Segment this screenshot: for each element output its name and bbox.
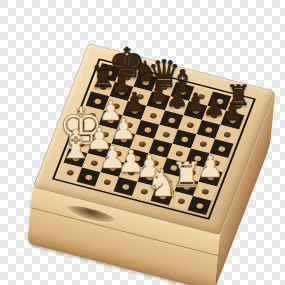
piece-white-bishop-a2[interactable]: ♝	[58, 124, 94, 164]
piece-black-pawn-h7[interactable]: ♟	[221, 99, 243, 124]
pieces-layer: ♚♞♛♝♜♜♟♟♟♟♟♟♟♟♟♚♟♟♝♟♟♟♜♞	[0, 0, 285, 285]
transparent-background: ♚♞♛♝♜♜♟♟♟♟♟♟♟♟♟♚♟♟♝♟♟♟♜♞	[0, 0, 285, 285]
piece-white-knight-f1[interactable]: ♞	[145, 164, 179, 202]
